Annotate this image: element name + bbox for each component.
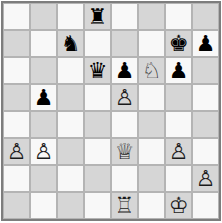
black-pawn: ♟ [34, 87, 54, 109]
white-pawn: ♙ [34, 141, 54, 163]
square-f5[interactable] [138, 84, 165, 111]
square-c3[interactable] [57, 138, 84, 165]
square-h2[interactable]: ♙ [192, 165, 219, 192]
square-d8[interactable]: ♜ [84, 3, 111, 30]
square-b6[interactable] [30, 57, 57, 84]
square-c4[interactable] [57, 111, 84, 138]
square-h1[interactable] [192, 192, 219, 219]
square-d2[interactable] [84, 165, 111, 192]
square-d7[interactable] [84, 30, 111, 57]
square-g1[interactable]: ♔ [165, 192, 192, 219]
white-knight: ♘ [142, 60, 162, 82]
square-e1[interactable]: ♖ [111, 192, 138, 219]
square-c5[interactable] [57, 84, 84, 111]
square-d6[interactable]: ♛ [84, 57, 111, 84]
square-b8[interactable] [30, 3, 57, 30]
square-a5[interactable] [3, 84, 30, 111]
square-e6[interactable]: ♟ [111, 57, 138, 84]
white-queen: ♕ [115, 141, 135, 163]
square-h3[interactable] [192, 138, 219, 165]
square-b5[interactable]: ♟ [30, 84, 57, 111]
square-g8[interactable] [165, 3, 192, 30]
square-f8[interactable] [138, 3, 165, 30]
square-c1[interactable] [57, 192, 84, 219]
square-h4[interactable] [192, 111, 219, 138]
square-d4[interactable] [84, 111, 111, 138]
square-c6[interactable] [57, 57, 84, 84]
square-a7[interactable] [3, 30, 30, 57]
square-e3[interactable]: ♕ [111, 138, 138, 165]
square-f2[interactable] [138, 165, 165, 192]
square-d3[interactable] [84, 138, 111, 165]
square-h5[interactable] [192, 84, 219, 111]
square-h8[interactable] [192, 3, 219, 30]
square-b2[interactable] [30, 165, 57, 192]
square-g5[interactable] [165, 84, 192, 111]
square-f7[interactable] [138, 30, 165, 57]
square-f6[interactable]: ♘ [138, 57, 165, 84]
chess-diagram: ♜♞♚♟♛♟♘♟♟♙♙♙♕♙♙♖♔ [0, 0, 222, 222]
white-rook: ♖ [115, 195, 135, 217]
black-rook: ♜ [88, 6, 108, 28]
chess-board: ♜♞♚♟♛♟♘♟♟♙♙♙♕♙♙♖♔ [3, 3, 219, 219]
black-pawn: ♟ [196, 33, 216, 55]
square-e8[interactable] [111, 3, 138, 30]
square-c2[interactable] [57, 165, 84, 192]
square-a8[interactable] [3, 3, 30, 30]
white-king: ♔ [169, 195, 189, 217]
square-e2[interactable] [111, 165, 138, 192]
square-b4[interactable] [30, 111, 57, 138]
square-a4[interactable] [3, 111, 30, 138]
square-f1[interactable] [138, 192, 165, 219]
square-e5[interactable]: ♙ [111, 84, 138, 111]
square-g4[interactable] [165, 111, 192, 138]
square-a2[interactable] [3, 165, 30, 192]
square-b3[interactable]: ♙ [30, 138, 57, 165]
square-d1[interactable] [84, 192, 111, 219]
square-a3[interactable]: ♙ [3, 138, 30, 165]
white-pawn: ♙ [115, 87, 135, 109]
square-h7[interactable]: ♟ [192, 30, 219, 57]
square-g3[interactable]: ♙ [165, 138, 192, 165]
square-f4[interactable] [138, 111, 165, 138]
black-queen: ♛ [88, 60, 108, 82]
square-g6[interactable]: ♟ [165, 57, 192, 84]
board-frame: ♜♞♚♟♛♟♘♟♟♙♙♙♕♙♙♖♔ [1, 1, 221, 221]
white-pawn: ♙ [196, 168, 216, 190]
black-pawn: ♟ [115, 60, 135, 82]
square-g2[interactable] [165, 165, 192, 192]
square-a1[interactable] [3, 192, 30, 219]
square-h6[interactable] [192, 57, 219, 84]
square-f3[interactable] [138, 138, 165, 165]
square-b1[interactable] [30, 192, 57, 219]
black-king: ♚ [169, 33, 189, 55]
square-e7[interactable] [111, 30, 138, 57]
square-e4[interactable] [111, 111, 138, 138]
square-b7[interactable] [30, 30, 57, 57]
square-g7[interactable]: ♚ [165, 30, 192, 57]
square-a6[interactable] [3, 57, 30, 84]
white-pawn: ♙ [169, 141, 189, 163]
square-d5[interactable] [84, 84, 111, 111]
square-c8[interactable] [57, 3, 84, 30]
square-c7[interactable]: ♞ [57, 30, 84, 57]
white-pawn: ♙ [7, 141, 27, 163]
black-knight: ♞ [61, 33, 81, 55]
black-pawn: ♟ [169, 60, 189, 82]
